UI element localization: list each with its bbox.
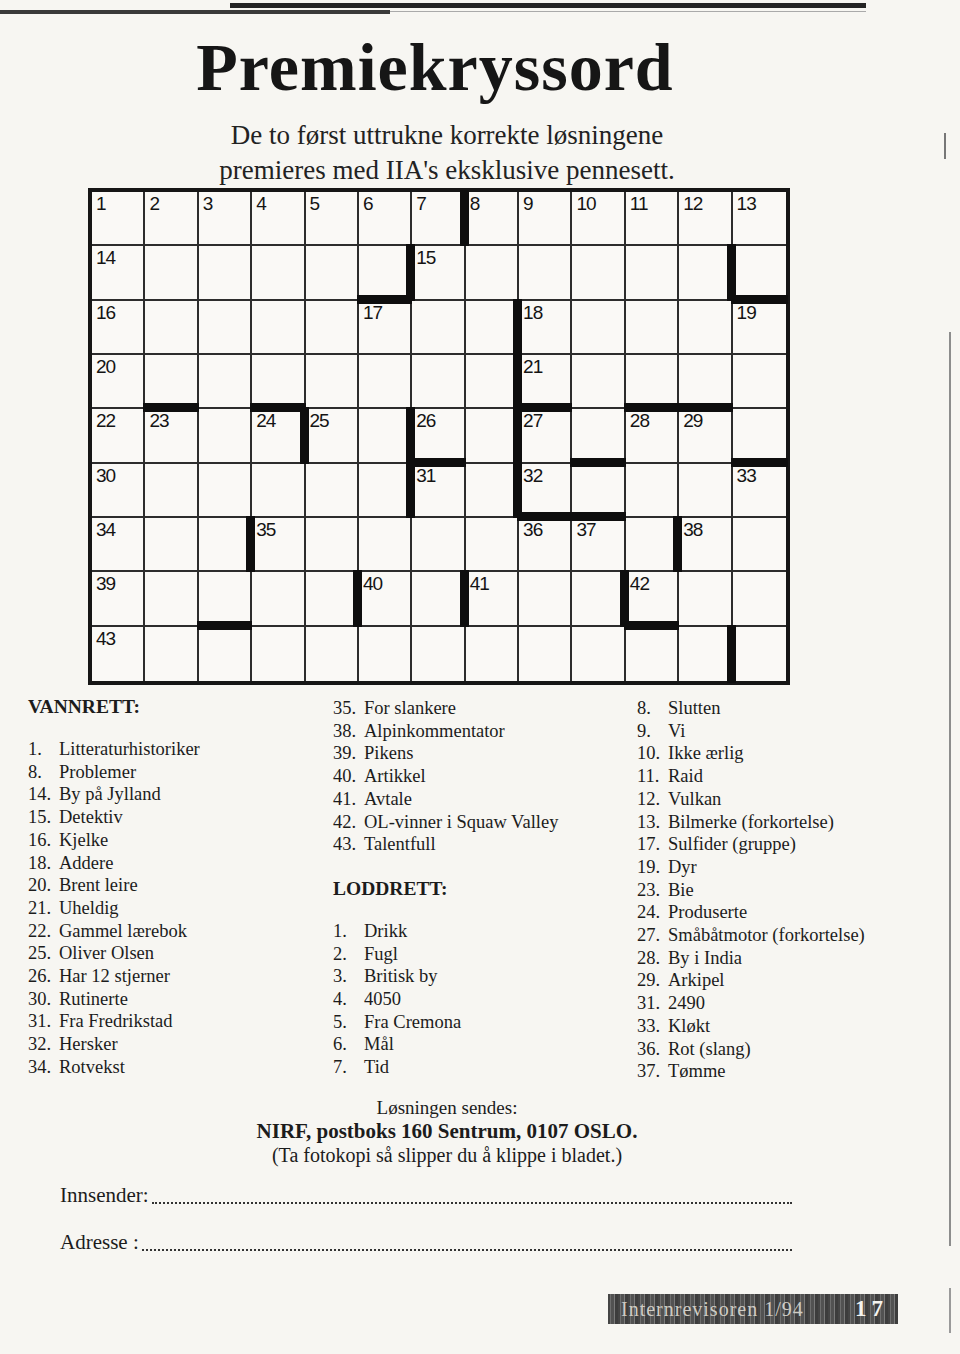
grid-cell-r6c10[interactable] — [572, 464, 625, 518]
footer-badge: Internrevisoren 1/94 17 — [608, 1294, 898, 1324]
clue-down-28: 28.By i India — [637, 947, 937, 970]
solution-note-address: NIRF, postboks 160 Sentrum, 0107 OSLO. — [0, 1119, 894, 1143]
grid-cell-r7c12[interactable]: 38 — [679, 518, 732, 572]
grid-cell-r8c5[interactable] — [306, 572, 359, 626]
clue-number: 31. — [28, 1010, 59, 1033]
grid-cell-r3c4[interactable] — [252, 301, 305, 355]
grid-cell-r8c2[interactable] — [145, 572, 198, 626]
clue-text: Problemer — [59, 761, 320, 784]
clue-text: Vulkan — [668, 788, 937, 811]
grid-cell-r5c3[interactable] — [199, 409, 252, 463]
grid-cell-r4c5[interactable] — [306, 355, 359, 409]
grid-cell-r3c1[interactable]: 16 — [92, 301, 145, 355]
grid-cell-r1c1[interactable]: 1 — [92, 192, 145, 246]
grid-cell-r3c11[interactable] — [626, 301, 679, 355]
cell-number-3: 3 — [203, 194, 213, 213]
clue-number: 19. — [637, 856, 668, 879]
grid-cell-r6c7[interactable]: 31 — [412, 464, 465, 518]
grid-cell-r3c2[interactable] — [145, 301, 198, 355]
clue-number: 12. — [637, 788, 668, 811]
address-label: Adresse : — [60, 1230, 139, 1255]
grid-cell-r4c9[interactable]: 21 — [519, 355, 572, 409]
grid-cell-r8c8[interactable]: 41 — [466, 572, 519, 626]
clue-number: 14. — [28, 783, 59, 806]
grid-cell-r1c11[interactable]: 11 — [626, 192, 679, 246]
grid-cell-r2c3[interactable] — [199, 246, 252, 300]
grid-cell-r4c11[interactable] — [626, 355, 679, 409]
grid-cell-r8c11[interactable]: 42 — [626, 572, 679, 626]
grid-cell-r2c10[interactable] — [572, 246, 625, 300]
cell-number-32: 32 — [523, 466, 542, 485]
grid-cell-r1c12[interactable]: 12 — [679, 192, 732, 246]
clue-text: Småbåtmotor (forkortelse) — [668, 924, 937, 947]
page-number: 17 — [855, 1296, 888, 1322]
clue-text: Uheldig — [59, 897, 320, 920]
cell-number-8: 8 — [470, 194, 480, 213]
grid-cell-r8c3[interactable] — [199, 572, 252, 626]
word-separator-bar-vertical — [727, 244, 736, 300]
grid-cell-r8c4[interactable] — [252, 572, 305, 626]
right-margin-rule-lower — [949, 1288, 951, 1333]
cell-number-14: 14 — [96, 248, 115, 267]
grid-cell-r7c6[interactable] — [359, 518, 412, 572]
clue-number: 1. — [28, 738, 59, 761]
clue-number: 40. — [333, 765, 364, 788]
clue-down-19: 19.Dyr — [637, 856, 937, 879]
clue-down-13: 13.Bilmerke (forkortelse) — [637, 811, 937, 834]
cell-number-36: 36 — [523, 520, 542, 539]
clue-down-17: 17.Sulfider (gruppe) — [637, 833, 937, 856]
grid-cell-r5c2[interactable]: 23 — [145, 409, 198, 463]
grid-cell-r9c9[interactable] — [519, 627, 572, 681]
clue-down-12: 12.Vulkan — [637, 788, 937, 811]
grid-cell-r6c13[interactable]: 33 — [733, 464, 786, 518]
grid-cell-r1c7[interactable]: 7 — [412, 192, 465, 246]
grid-cell-r1c4[interactable]: 4 — [252, 192, 305, 246]
grid-cell-r2c1[interactable]: 14 — [92, 246, 145, 300]
grid-cell-r6c2[interactable] — [145, 464, 198, 518]
grid-cell-r7c13[interactable] — [733, 518, 786, 572]
grid-cell-r5c9[interactable]: 27 — [519, 409, 572, 463]
page-title: Premiekryssord — [196, 28, 673, 107]
grid-cell-r7c4[interactable]: 35 — [252, 518, 305, 572]
clue-number: 35. — [333, 697, 364, 720]
clue-text: Rutinerte — [59, 988, 320, 1011]
grid-cell-r6c6[interactable] — [359, 464, 412, 518]
clue-across-34: 34.Rotvekst — [28, 1056, 320, 1079]
clue-text: By på Jylland — [59, 783, 320, 806]
clue-across-38: 38.Alpinkommentator — [333, 720, 631, 743]
cell-number-24: 24 — [256, 411, 275, 430]
grid-cell-r9c6[interactable] — [359, 627, 412, 681]
grid-cell-r2c7[interactable]: 15 — [412, 246, 465, 300]
clue-text: Brent leire — [59, 874, 320, 897]
grid-cell-r1c5[interactable]: 5 — [306, 192, 359, 246]
clue-text: Kløkt — [668, 1015, 937, 1038]
clue-number: 6. — [333, 1033, 364, 1056]
cell-number-26: 26 — [416, 411, 435, 430]
cell-number-17: 17 — [363, 303, 382, 322]
across-heading: VANNRETT: — [28, 695, 320, 718]
clue-number: 22. — [28, 920, 59, 943]
clue-text: Litteraturhistoriker — [59, 738, 320, 761]
grid-cell-r7c5[interactable] — [306, 518, 359, 572]
clue-down-10: 10.Ikke ærlig — [637, 742, 937, 765]
address-form-line: Adresse : — [60, 1230, 792, 1255]
clue-down-29: 29.Arkipel — [637, 969, 937, 992]
sender-fill-in-line[interactable] — [152, 1202, 792, 1204]
clue-across-16: 16.Kjelke — [28, 829, 320, 852]
cell-number-12: 12 — [683, 194, 702, 213]
clue-across-25: 25.Oliver Olsen — [28, 942, 320, 965]
clue-text: Britisk by — [364, 965, 631, 988]
grid-cell-r1c9[interactable]: 9 — [519, 192, 572, 246]
clue-across-14: 14.By på Jylland — [28, 783, 320, 806]
cell-number-16: 16 — [96, 303, 115, 322]
clue-across-1: 1.Litteraturhistoriker — [28, 738, 320, 761]
clue-number: 32. — [28, 1033, 59, 1056]
clue-text: Avtale — [364, 788, 631, 811]
cell-number-33: 33 — [737, 466, 756, 485]
grid-cell-r5c13[interactable] — [733, 409, 786, 463]
grid-cell-r4c2[interactable] — [145, 355, 198, 409]
grid-cell-r8c9[interactable] — [519, 572, 572, 626]
cell-number-5: 5 — [310, 194, 320, 213]
grid-cell-r6c4[interactable] — [252, 464, 305, 518]
cell-number-18: 18 — [523, 303, 542, 322]
clue-across-30: 30.Rutinerte — [28, 988, 320, 1011]
grid-cell-r3c6[interactable]: 17 — [359, 301, 412, 355]
clue-number: 8. — [28, 761, 59, 784]
clue-column-3: 8.Slutten9.Vi10.Ikke ærlig11.Raid12.Vulk… — [637, 695, 937, 1083]
grid-cell-r6c9[interactable]: 32 — [519, 464, 572, 518]
clue-text: Alpinkommentator — [364, 720, 631, 743]
crossword-grid: 1234567891011121314151617181920212223242… — [88, 188, 790, 685]
grid-cell-r5c7[interactable]: 26 — [412, 409, 465, 463]
cell-number-21: 21 — [523, 357, 542, 376]
subtitle-line-1: De to først uttrukne korrekte løsningene — [219, 118, 674, 153]
cell-number-4: 4 — [256, 194, 266, 213]
word-separator-bar-vertical — [406, 407, 415, 463]
clue-across-18: 18.Addere — [28, 852, 320, 875]
grid-cell-r8c1[interactable]: 39 — [92, 572, 145, 626]
clue-number: 42. — [333, 811, 364, 834]
grid-cell-r4c4[interactable] — [252, 355, 305, 409]
grid-cell-r4c8[interactable] — [466, 355, 519, 409]
clue-across-8: 8.Problemer — [28, 761, 320, 784]
cell-number-39: 39 — [96, 574, 115, 593]
word-separator-bar-horizontal — [250, 403, 305, 412]
cell-number-10: 10 — [576, 194, 595, 213]
clue-text: Kjelke — [59, 829, 320, 852]
grid-cell-r2c8[interactable] — [466, 246, 519, 300]
word-separator-bar-vertical — [406, 462, 415, 518]
word-separator-bar-horizontal — [731, 458, 788, 467]
grid-cell-r7c10[interactable]: 37 — [572, 518, 625, 572]
clue-across-43: 43.Talentfull — [333, 833, 631, 856]
solution-note-line1: Løsningen sendes: — [0, 1096, 894, 1119]
top-rule-upper — [230, 3, 866, 8]
word-separator-bar-horizontal — [570, 512, 625, 521]
cell-number-1: 1 — [96, 194, 106, 213]
sender-label: Innsender: — [60, 1183, 149, 1208]
word-separator-bar-horizontal — [410, 458, 465, 467]
clue-number: 39. — [333, 742, 364, 765]
clue-number: 18. — [28, 852, 59, 875]
grid-cell-r4c1[interactable]: 20 — [92, 355, 145, 409]
clue-number: 8. — [637, 697, 668, 720]
clue-number: 41. — [333, 788, 364, 811]
clue-text: Raid — [668, 765, 937, 788]
clue-text: Bilmerke (forkortelse) — [668, 811, 937, 834]
clue-text: Gammel lærebok — [59, 920, 320, 943]
grid-cell-r4c12[interactable] — [679, 355, 732, 409]
clue-number: 16. — [28, 829, 59, 852]
clue-across-42: 42.OL-vinner i Squaw Valley — [333, 811, 631, 834]
clue-down-1: 1.Drikk — [333, 920, 631, 943]
word-separator-bar-horizontal — [624, 403, 679, 412]
grid-cell-r8c6[interactable]: 40 — [359, 572, 412, 626]
clue-text: Artikkel — [364, 765, 631, 788]
clue-number: 10. — [637, 742, 668, 765]
grid-cell-r4c3[interactable] — [199, 355, 252, 409]
grid-cell-r3c10[interactable] — [572, 301, 625, 355]
grid-cell-r5c4[interactable]: 24 — [252, 409, 305, 463]
grid-cell-r6c8[interactable] — [466, 464, 519, 518]
word-separator-bar-horizontal — [731, 295, 788, 304]
clue-number: 21. — [28, 897, 59, 920]
grid-cell-r1c3[interactable]: 3 — [199, 192, 252, 246]
grid-cell-r1c2[interactable]: 2 — [145, 192, 198, 246]
clue-number: 15. — [28, 806, 59, 829]
cell-number-25: 25 — [310, 411, 329, 430]
word-separator-bar-vertical — [406, 244, 415, 300]
grid-cell-r9c11[interactable] — [626, 627, 679, 681]
cell-number-15: 15 — [416, 248, 435, 267]
word-separator-bar-vertical — [460, 570, 469, 626]
clue-text: Tømme — [668, 1060, 937, 1083]
clue-number: 9. — [637, 720, 668, 743]
clue-number: 31. — [637, 992, 668, 1015]
cell-number-40: 40 — [363, 574, 382, 593]
clue-across-15: 15.Detektiv — [28, 806, 320, 829]
cell-number-22: 22 — [96, 411, 115, 430]
clue-text: 4050 — [364, 988, 631, 1011]
grid-cell-r3c9[interactable]: 18 — [519, 301, 572, 355]
cell-number-30: 30 — [96, 466, 115, 485]
clue-number: 28. — [637, 947, 668, 970]
contest-subtitle: De to først uttrukne korrekte løsningene… — [219, 118, 674, 188]
clue-number: 2. — [333, 943, 364, 966]
grid-cell-r6c12[interactable] — [679, 464, 732, 518]
grid-cell-r2c12[interactable] — [679, 246, 732, 300]
cell-number-27: 27 — [523, 411, 542, 430]
grid-cell-r8c7[interactable] — [412, 572, 465, 626]
clue-text: Hersker — [59, 1033, 320, 1056]
grid-cell-r5c12[interactable]: 29 — [679, 409, 732, 463]
grid-cell-r4c13[interactable] — [733, 355, 786, 409]
clue-down-3: 3.Britisk by — [333, 965, 631, 988]
grid-cell-r9c2[interactable] — [145, 627, 198, 681]
grid-cell-r9c1[interactable]: 43 — [92, 627, 145, 681]
clue-across-22: 22.Gammel lærebok — [28, 920, 320, 943]
across-clue-list-part1: 1.Litteraturhistoriker8.Problemer14.By p… — [28, 738, 320, 1079]
word-separator-bar-horizontal — [197, 621, 252, 630]
grid-cell-r5c5[interactable]: 25 — [306, 409, 359, 463]
clue-text: Fra Fredrikstad — [59, 1010, 320, 1033]
grid-cell-r2c6[interactable] — [359, 246, 412, 300]
grid-cell-r5c8[interactable] — [466, 409, 519, 463]
clue-down-8: 8.Slutten — [637, 697, 937, 720]
word-separator-bar-horizontal — [143, 403, 198, 412]
grid-cell-r6c3[interactable] — [199, 464, 252, 518]
cell-number-37: 37 — [576, 520, 595, 539]
grid-cell-r2c4[interactable] — [252, 246, 305, 300]
clue-text: Har 12 stjerner — [59, 965, 320, 988]
solution-note-line3: (Ta fotokopi så slipper du å klippe i bl… — [0, 1143, 894, 1167]
word-separator-bar-vertical — [620, 570, 629, 626]
word-separator-bar-horizontal — [517, 512, 572, 521]
word-separator-bar-vertical — [513, 353, 522, 409]
grid-cell-r3c7[interactable] — [412, 301, 465, 355]
grid-cell-r7c11[interactable] — [626, 518, 679, 572]
word-separator-bar-vertical — [460, 190, 469, 246]
grid-cell-r9c7[interactable] — [412, 627, 465, 681]
cell-number-19: 19 — [737, 303, 756, 322]
grid-cell-r3c3[interactable] — [199, 301, 252, 355]
grid-cell-r6c5[interactable] — [306, 464, 359, 518]
top-rule-lower — [0, 10, 390, 14]
clue-number: 37. — [637, 1060, 668, 1083]
grid-cell-r2c11[interactable] — [626, 246, 679, 300]
grid-cell-r1c6[interactable]: 6 — [359, 192, 412, 246]
grid-cell-r4c7[interactable] — [412, 355, 465, 409]
clue-text: Ikke ærlig — [668, 742, 937, 765]
clue-column-2: 35.For slankere38.Alpinkommentator39.Pik… — [333, 695, 631, 1079]
word-separator-bar-vertical — [727, 625, 736, 683]
clue-number: 25. — [28, 942, 59, 965]
clue-down-7: 7.Tid — [333, 1056, 631, 1079]
grid-cell-r8c10[interactable] — [572, 572, 625, 626]
clue-text: 2490 — [668, 992, 937, 1015]
clue-down-11: 11.Raid — [637, 765, 937, 788]
clue-text: For slankere — [364, 697, 631, 720]
grid-cell-r9c3[interactable] — [199, 627, 252, 681]
clue-down-36: 36.Rot (slang) — [637, 1038, 937, 1061]
grid-cell-r7c9[interactable]: 36 — [519, 518, 572, 572]
across-clue-list-part2: 35.For slankere38.Alpinkommentator39.Pik… — [333, 697, 631, 856]
clue-down-9: 9.Vi — [637, 720, 937, 743]
grid-cell-r4c10[interactable] — [572, 355, 625, 409]
grid-cell-r3c12[interactable] — [679, 301, 732, 355]
grid-cell-r6c11[interactable] — [626, 464, 679, 518]
clue-across-41: 41.Avtale — [333, 788, 631, 811]
grid-cell-r7c8[interactable] — [466, 518, 519, 572]
grid-cell-r5c10[interactable] — [572, 409, 625, 463]
grid-cell-r3c8[interactable] — [466, 301, 519, 355]
clue-number: 30. — [28, 988, 59, 1011]
solution-note: Løsningen sendes: NIRF, postboks 160 Sen… — [0, 1096, 894, 1167]
grid-cell-r1c10[interactable]: 10 — [572, 192, 625, 246]
clue-text: By i India — [668, 947, 937, 970]
grid-cell-r7c2[interactable] — [145, 518, 198, 572]
grid-cell-r3c5[interactable] — [306, 301, 359, 355]
word-separator-bar-vertical — [353, 570, 362, 626]
clue-across-20: 20.Brent leire — [28, 874, 320, 897]
clue-number: 3. — [333, 965, 364, 988]
word-separator-bar-vertical — [673, 516, 682, 572]
grid-cell-r5c11[interactable]: 28 — [626, 409, 679, 463]
grid-cell-r6c1[interactable]: 30 — [92, 464, 145, 518]
word-separator-bar-vertical — [300, 407, 309, 463]
clue-number: 24. — [637, 901, 668, 924]
clue-text: Fra Cremona — [364, 1011, 631, 1034]
clue-number: 7. — [333, 1056, 364, 1079]
right-margin-rule — [949, 332, 951, 1246]
grid-cell-r1c8[interactable]: 8 — [466, 192, 519, 246]
grid-cell-r2c2[interactable] — [145, 246, 198, 300]
grid-cell-r9c5[interactable] — [306, 627, 359, 681]
grid-cell-r8c13[interactable] — [733, 572, 786, 626]
magazine-page: Premiekryssord De to først uttrukne korr… — [0, 0, 960, 1354]
grid-cell-r2c9[interactable] — [519, 246, 572, 300]
clue-number: 5. — [333, 1011, 364, 1034]
grid-cell-r5c6[interactable] — [359, 409, 412, 463]
word-separator-bar-horizontal — [624, 621, 679, 630]
grid-cell-r9c13[interactable] — [733, 627, 786, 681]
margin-tick — [944, 133, 946, 159]
clue-number: 27. — [637, 924, 668, 947]
grid-cell-r5c1[interactable]: 22 — [92, 409, 145, 463]
grid-cell-r7c1[interactable]: 34 — [92, 518, 145, 572]
clue-across-35: 35.For slankere — [333, 697, 631, 720]
top-rule-faint — [390, 11, 866, 12]
clue-number: 11. — [637, 765, 668, 788]
clue-text: OL-vinner i Squaw Valley — [364, 811, 631, 834]
grid-cell-r7c3[interactable] — [199, 518, 252, 572]
grid-cell-r7c7[interactable] — [412, 518, 465, 572]
grid-cell-r1c13[interactable]: 13 — [733, 192, 786, 246]
word-separator-bar-horizontal — [677, 403, 732, 412]
clue-across-31: 31.Fra Fredrikstad — [28, 1010, 320, 1033]
down-clue-list-part1: 1.Drikk2.Fugl3.Britisk by4.40505.Fra Cre… — [333, 920, 631, 1079]
clue-down-23: 23.Bie — [637, 879, 937, 902]
grid-cell-r4c6[interactable] — [359, 355, 412, 409]
subtitle-line-2: premieres med IIA's eksklusive pennesett… — [219, 153, 674, 188]
clue-down-31: 31.2490 — [637, 992, 937, 1015]
clue-text: Dyr — [668, 856, 937, 879]
cell-number-20: 20 — [96, 357, 115, 376]
grid-cell-r2c13[interactable] — [733, 246, 786, 300]
grid-cell-r2c5[interactable] — [306, 246, 359, 300]
clue-text: Addere — [59, 852, 320, 875]
clue-text: Fugl — [364, 943, 631, 966]
clue-text: Mål — [364, 1033, 631, 1056]
clue-text: Slutten — [668, 697, 937, 720]
cell-number-38: 38 — [683, 520, 702, 539]
grid-cell-r9c12[interactable] — [679, 627, 732, 681]
cell-number-29: 29 — [683, 411, 702, 430]
grid-cell-r8c12[interactable] — [679, 572, 732, 626]
clue-text: Produserte — [668, 901, 937, 924]
grid-cell-r9c8[interactable] — [466, 627, 519, 681]
grid-cell-r9c10[interactable] — [572, 627, 625, 681]
cell-number-11: 11 — [630, 194, 648, 213]
address-fill-in-line[interactable] — [142, 1249, 792, 1251]
grid-cell-r9c4[interactable] — [252, 627, 305, 681]
clue-text: Detektiv — [59, 806, 320, 829]
grid-cell-r3c13[interactable]: 19 — [733, 301, 786, 355]
